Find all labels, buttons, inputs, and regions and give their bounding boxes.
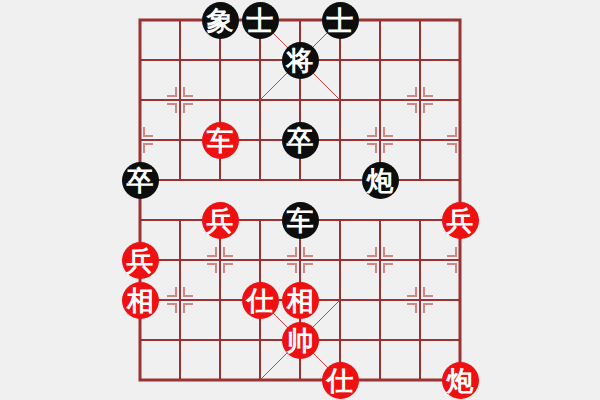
board-point: 卒 <box>280 120 320 160</box>
board-point: 士 <box>240 0 280 40</box>
piece-red-chariot[interactable]: 车 <box>202 122 239 159</box>
board-point: 仕 <box>240 280 280 320</box>
piece-black-advisor[interactable]: 士 <box>242 2 279 39</box>
board-point: 卒 <box>120 160 160 200</box>
piece-red-elephant[interactable]: 相 <box>122 282 159 319</box>
piece-black-soldier[interactable]: 卒 <box>282 122 319 159</box>
board-point: 象 <box>200 0 240 40</box>
board-point: 相 <box>280 280 320 320</box>
board-point: 帅 <box>280 320 320 360</box>
piece-black-chariot[interactable]: 车 <box>282 202 319 239</box>
board-point: 兵 <box>440 200 480 240</box>
piece-red-cannon[interactable]: 炮 <box>442 362 479 399</box>
board-point: 士 <box>320 0 360 40</box>
piece-red-advisor[interactable]: 仕 <box>242 282 279 319</box>
piece-red-general[interactable]: 帅 <box>282 322 319 359</box>
board-point: 兵 <box>200 200 240 240</box>
piece-red-advisor[interactable]: 仕 <box>322 362 359 399</box>
board-point: 车 <box>200 120 240 160</box>
board-point: 炮 <box>440 360 480 400</box>
board-point: 兵 <box>120 240 160 280</box>
board-point: 炮 <box>360 160 400 200</box>
piece-black-general[interactable]: 将 <box>282 42 319 79</box>
piece-red-soldier[interactable]: 兵 <box>442 202 479 239</box>
piece-black-cannon[interactable]: 炮 <box>362 162 399 199</box>
piece-black-elephant[interactable]: 象 <box>202 2 239 39</box>
piece-black-soldier[interactable]: 卒 <box>122 162 159 199</box>
piece-red-elephant[interactable]: 相 <box>282 282 319 319</box>
xiangqi-board: 象士士将车卒卒炮兵车兵兵相仕相帅仕炮 <box>120 0 480 400</box>
piece-red-soldier[interactable]: 兵 <box>122 242 159 279</box>
board-point: 仕 <box>320 360 360 400</box>
piece-black-advisor[interactable]: 士 <box>322 2 359 39</box>
xiangqi-board-screenshot: 象士士将车卒卒炮兵车兵兵相仕相帅仕炮 <box>0 0 600 400</box>
board-point: 将 <box>280 40 320 80</box>
board-point: 车 <box>280 200 320 240</box>
board-point: 相 <box>120 280 160 320</box>
piece-red-soldier[interactable]: 兵 <box>202 202 239 239</box>
